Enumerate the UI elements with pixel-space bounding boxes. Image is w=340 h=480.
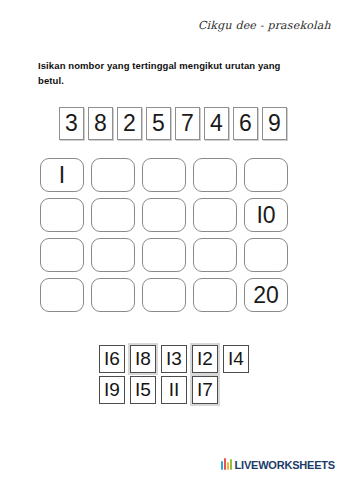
answer-grid: II020 xyxy=(40,158,288,312)
grid-cell-filled-10: I0 xyxy=(244,198,288,232)
tile-row-2: I9I5III7 xyxy=(99,376,218,404)
grid-cell-empty-r2c4[interactable] xyxy=(193,198,237,232)
grid-cell-empty-r4c4[interactable] xyxy=(193,278,237,312)
grid-cell-empty-r2c2[interactable] xyxy=(91,198,135,232)
number-tile-14[interactable]: I4 xyxy=(223,345,249,373)
number-tile-3[interactable]: 3 xyxy=(59,107,84,140)
number-tile-13[interactable]: I3 xyxy=(161,345,187,373)
grid-cell-empty-r3c3[interactable] xyxy=(142,238,186,272)
number-tile-19[interactable]: I9 xyxy=(99,376,125,404)
grid-cell-empty-r3c5[interactable] xyxy=(244,238,288,272)
number-tile-18[interactable]: I8 xyxy=(130,345,156,373)
grid-cell-empty-r2c3[interactable] xyxy=(142,198,186,232)
grid-cell-empty-r2c1[interactable] xyxy=(40,198,84,232)
grid-cell-empty-r3c2[interactable] xyxy=(91,238,135,272)
worksheet-page: Cikgu dee - prasekolah Isikan nombor yan… xyxy=(0,0,340,480)
instruction-text: Isikan nombor yang tertinggal mengikut u… xyxy=(38,58,282,88)
number-tile-7[interactable]: 7 xyxy=(175,107,200,140)
number-tile-12[interactable]: I2 xyxy=(192,345,218,373)
number-tile-15[interactable]: I5 xyxy=(130,376,156,404)
number-tile-5[interactable]: 5 xyxy=(146,107,171,140)
grid-cell-empty-r1c5[interactable] xyxy=(244,158,288,192)
grid-cell-empty-r3c1[interactable] xyxy=(40,238,84,272)
number-tile-6[interactable]: 6 xyxy=(233,107,258,140)
grid-cell-empty-r4c1[interactable] xyxy=(40,278,84,312)
number-tile-16[interactable]: I6 xyxy=(99,345,125,373)
grid-cell-empty-r4c2[interactable] xyxy=(91,278,135,312)
number-tile-9[interactable]: 9 xyxy=(262,107,287,140)
grid-cell-empty-r1c3[interactable] xyxy=(142,158,186,192)
grid-cell-filled-20: 20 xyxy=(244,278,288,312)
teacher-byline: Cikgu dee - prasekolah xyxy=(198,19,308,32)
number-tile-4[interactable]: 4 xyxy=(204,107,229,140)
tile-row-1: I6I8I3I2I4 xyxy=(99,345,249,373)
number-tile-2[interactable]: 2 xyxy=(117,107,142,140)
number-bank-top: 38257469 xyxy=(59,107,287,140)
number-tile-17[interactable]: I7 xyxy=(192,376,218,404)
grid-cell-empty-r3c4[interactable] xyxy=(193,238,237,272)
liveworksheets-logo-icon xyxy=(221,458,232,471)
number-tile-11[interactable]: II xyxy=(161,376,187,404)
brand-name: LIVEWORKSHEETS xyxy=(235,460,336,471)
grid-cell-empty-r4c3[interactable] xyxy=(142,278,186,312)
grid-cell-empty-r1c2[interactable] xyxy=(91,158,135,192)
grid-cell-empty-r1c4[interactable] xyxy=(193,158,237,192)
number-tile-8[interactable]: 8 xyxy=(88,107,113,140)
brand-footer[interactable]: LIVEWORKSHEETS xyxy=(221,458,336,471)
grid-cell-filled-1: I xyxy=(40,158,84,192)
